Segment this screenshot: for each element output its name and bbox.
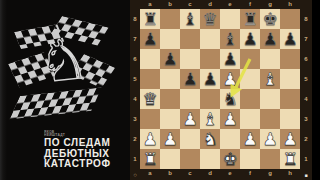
square-b6[interactable]: ♟ xyxy=(160,49,180,69)
square-a4[interactable]: ♛ xyxy=(140,89,160,109)
square-d6[interactable] xyxy=(200,49,220,69)
square-d7[interactable] xyxy=(200,29,220,49)
bottom-left-corner-icon[interactable]: ○ xyxy=(130,169,140,180)
square-d5[interactable]: ♟ xyxy=(200,69,220,89)
piece-white-pawn[interactable]: ♟ xyxy=(282,129,297,149)
square-a2[interactable]: ♟ xyxy=(140,129,160,149)
piece-white-pawn[interactable]: ♟ xyxy=(142,129,157,149)
square-b2[interactable]: ♟ xyxy=(160,129,180,149)
square-f6[interactable] xyxy=(240,49,260,69)
coordinate-label: e xyxy=(220,0,240,9)
piece-white-rook[interactable]: ♜ xyxy=(142,149,157,169)
coordinate-label: 8 xyxy=(130,9,140,29)
square-d4[interactable] xyxy=(200,89,220,109)
coordinate-label: 1 xyxy=(300,149,312,169)
screenshot-root: ♞ ЯКОВ НЕЙШТАДТ ПО СЛЕДАМ ДЕБЮТНЫХ КАТАС… xyxy=(0,0,320,180)
piece-white-pawn[interactable]: ♟ xyxy=(222,69,237,89)
square-h6[interactable] xyxy=(280,49,300,69)
coordinate-label: 6 xyxy=(130,49,140,69)
square-c3[interactable]: ♟ xyxy=(180,109,200,129)
piece-white-knight[interactable]: ♞ xyxy=(202,129,217,149)
coordinate-label: 3 xyxy=(300,109,312,129)
coordinate-label: b xyxy=(160,0,180,9)
square-d3[interactable]: ♝ xyxy=(200,109,220,129)
square-d8[interactable]: ♛ xyxy=(200,9,220,29)
square-b7[interactable] xyxy=(160,29,180,49)
square-g8[interactable]: ♚ xyxy=(260,9,280,29)
coordinate-label: a xyxy=(140,169,160,180)
coordinate-label: e xyxy=(220,169,240,180)
coordinate-label: 7 xyxy=(300,29,312,49)
coordinate-label: h xyxy=(280,169,300,180)
square-e2[interactable] xyxy=(220,129,240,149)
piece-black-rook[interactable]: ♜ xyxy=(242,9,257,29)
square-c8[interactable]: ♝ xyxy=(180,9,200,29)
coordinate-label: 7 xyxy=(130,29,140,49)
coordinate-label: 3 xyxy=(130,109,140,129)
square-d1[interactable] xyxy=(200,149,220,169)
file-labels-top: abcdefgh xyxy=(140,0,300,9)
square-a7[interactable]: ♟ xyxy=(140,29,160,49)
chess-board-frame: abcdefgh 87654321 ♜♝♛♜♚♟♝♟♟♟♟♟♟♟♟♝♛♞♟♝♟♟… xyxy=(130,0,312,180)
square-g1[interactable] xyxy=(260,149,280,169)
square-e4[interactable]: ♞ xyxy=(220,89,240,109)
square-e3[interactable]: ♟ xyxy=(220,109,240,129)
square-h2[interactable]: ♟ xyxy=(280,129,300,149)
square-e7[interactable]: ♝ xyxy=(220,29,240,49)
square-a5[interactable] xyxy=(140,69,160,89)
cover-title: ПО СЛЕДАМ ДЕБЮТНЫХ КАТАСТРОФ xyxy=(44,138,111,170)
coordinate-label: 2 xyxy=(130,129,140,149)
square-f7[interactable]: ♟ xyxy=(240,29,260,49)
coordinate-label: 2 xyxy=(300,129,312,149)
piece-black-pawn[interactable]: ♟ xyxy=(142,29,157,49)
square-g5[interactable]: ♝ xyxy=(260,69,280,89)
square-b4[interactable] xyxy=(160,89,180,109)
piece-black-king[interactable]: ♚ xyxy=(262,9,277,29)
coordinate-label: h xyxy=(280,0,300,9)
piece-black-pawn[interactable]: ♟ xyxy=(202,69,217,89)
square-a8[interactable]: ♜ xyxy=(140,9,160,29)
square-c4[interactable] xyxy=(180,89,200,109)
square-g3[interactable] xyxy=(260,109,280,129)
square-h5[interactable] xyxy=(280,69,300,89)
piece-white-pawn[interactable]: ♟ xyxy=(162,129,177,149)
square-e8[interactable] xyxy=(220,9,240,29)
square-a6[interactable] xyxy=(140,49,160,69)
square-f8[interactable]: ♜ xyxy=(240,9,260,29)
square-g4[interactable] xyxy=(260,89,280,109)
square-a3[interactable] xyxy=(140,109,160,129)
square-b3[interactable] xyxy=(160,109,180,129)
coordinate-label: 8 xyxy=(300,9,312,29)
coordinate-label: g xyxy=(260,169,280,180)
square-d2[interactable]: ♞ xyxy=(200,129,220,149)
square-g2[interactable]: ♟ xyxy=(260,129,280,149)
piece-white-pawn[interactable]: ♟ xyxy=(242,129,257,149)
coordinate-label: c xyxy=(180,169,200,180)
cover-knight-icon: ♞ xyxy=(35,25,92,95)
square-c5[interactable]: ♟ xyxy=(180,69,200,89)
square-a1[interactable]: ♜ xyxy=(140,149,160,169)
coordinate-label: f xyxy=(240,0,260,9)
piece-black-pawn[interactable]: ♟ xyxy=(182,69,197,89)
square-b8[interactable] xyxy=(160,9,180,29)
coordinate-label: 4 xyxy=(300,89,312,109)
coordinate-label: 1 xyxy=(130,149,140,169)
piece-black-rook[interactable]: ♜ xyxy=(142,9,157,29)
square-c2[interactable] xyxy=(180,129,200,149)
square-f4[interactable] xyxy=(240,89,260,109)
cover-title-line3: КАТАСТРОФ xyxy=(44,159,111,170)
coordinate-label: d xyxy=(200,169,220,180)
piece-black-knight[interactable]: ♞ xyxy=(222,89,237,109)
square-f5[interactable] xyxy=(240,69,260,89)
coordinate-label: 6 xyxy=(300,49,312,69)
piece-white-bishop[interactable]: ♝ xyxy=(262,69,277,89)
coordinate-label: b xyxy=(160,169,180,180)
top-right-corner xyxy=(300,0,312,9)
square-c6[interactable] xyxy=(180,49,200,69)
square-c7[interactable] xyxy=(180,29,200,49)
coordinate-label: d xyxy=(200,0,220,9)
piece-white-bishop[interactable]: ♝ xyxy=(202,109,217,129)
piece-white-king[interactable]: ♚ xyxy=(222,149,237,169)
square-g6[interactable] xyxy=(260,49,280,69)
piece-black-bishop[interactable]: ♝ xyxy=(182,9,197,29)
square-f1[interactable] xyxy=(240,149,260,169)
piece-black-pawn[interactable]: ♟ xyxy=(242,29,257,49)
coordinate-label: a xyxy=(140,0,160,9)
chess-board: ♜♝♛♜♚♟♝♟♟♟♟♟♟♟♟♝♛♞♟♝♟♟♟♞♟♟♟♜♚♜ xyxy=(140,9,300,169)
square-e1[interactable]: ♚ xyxy=(220,149,240,169)
board-squares: ♜♝♛♜♚♟♝♟♟♟♟♟♟♟♟♝♛♞♟♝♟♟♟♞♟♟♟♜♚♜ xyxy=(140,9,300,169)
cover-author: ЯКОВ НЕЙШТАДТ xyxy=(44,130,65,137)
square-c1[interactable] xyxy=(180,149,200,169)
top-left-corner xyxy=(130,0,140,9)
file-labels-bottom: abcdefgh xyxy=(140,169,300,180)
coordinate-label: c xyxy=(180,0,200,9)
piece-white-pawn[interactable]: ♟ xyxy=(222,109,237,129)
cover-title-line1: ПО СЛЕДАМ xyxy=(44,138,111,149)
square-f3[interactable] xyxy=(240,109,260,129)
piece-black-queen[interactable]: ♛ xyxy=(202,9,217,29)
square-h4[interactable] xyxy=(280,89,300,109)
piece-black-pawn[interactable]: ♟ xyxy=(162,49,177,69)
piece-white-rook[interactable]: ♜ xyxy=(282,149,297,169)
coordinate-label: 5 xyxy=(300,69,312,89)
square-e6[interactable]: ♟ xyxy=(220,49,240,69)
square-e5[interactable]: ♟ xyxy=(220,69,240,89)
square-h3[interactable] xyxy=(280,109,300,129)
bottom-right-corner-icon[interactable]: ■ xyxy=(300,169,312,180)
square-h1[interactable]: ♜ xyxy=(280,149,300,169)
square-b5[interactable] xyxy=(160,69,180,89)
coordinate-label: g xyxy=(260,0,280,9)
coordinate-label: 4 xyxy=(130,89,140,109)
rank-labels-right: 87654321 xyxy=(300,9,312,169)
piece-white-pawn[interactable]: ♟ xyxy=(262,129,277,149)
piece-white-pawn[interactable]: ♟ xyxy=(182,109,197,129)
square-h7[interactable]: ♟ xyxy=(280,29,300,49)
rank-labels-left: 87654321 xyxy=(130,9,140,169)
piece-black-pawn[interactable]: ♟ xyxy=(262,29,277,49)
piece-white-queen[interactable]: ♛ xyxy=(142,89,157,109)
coordinate-label: 5 xyxy=(130,69,140,89)
square-g7[interactable]: ♟ xyxy=(260,29,280,49)
piece-black-bishop[interactable]: ♝ xyxy=(222,29,237,49)
coordinate-label: f xyxy=(240,169,260,180)
book-cover: ♞ ЯКОВ НЕЙШТАДТ ПО СЛЕДАМ ДЕБЮТНЫХ КАТАС… xyxy=(0,0,130,180)
square-f2[interactable]: ♟ xyxy=(240,129,260,149)
piece-black-pawn[interactable]: ♟ xyxy=(282,29,297,49)
square-b1[interactable] xyxy=(160,149,180,169)
square-h8[interactable] xyxy=(280,9,300,29)
piece-black-pawn[interactable]: ♟ xyxy=(222,49,237,69)
